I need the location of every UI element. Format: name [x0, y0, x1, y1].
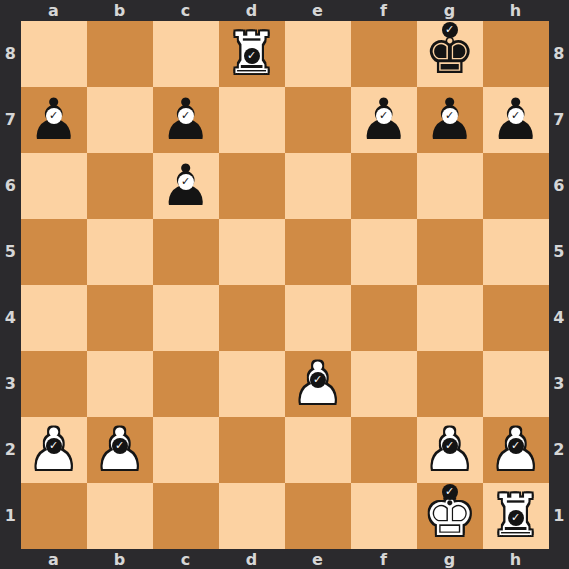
square-a2[interactable]: ♟✓ — [21, 417, 87, 483]
check-badge-icon: ✓ — [442, 108, 458, 124]
coord-rank-1: 1 — [549, 483, 569, 549]
square-b2[interactable]: ♟✓ — [87, 417, 153, 483]
coord-rank-7: 7 — [549, 87, 569, 153]
square-d2[interactable] — [219, 417, 285, 483]
coord-rank-8: 8 — [549, 21, 569, 87]
square-h2[interactable]: ♟✓ — [483, 417, 549, 483]
check-badge-icon: ✓ — [244, 48, 260, 64]
square-c2[interactable] — [153, 417, 219, 483]
square-g8[interactable]: ♚✓ — [417, 21, 483, 87]
coord-file-f: f — [351, 549, 417, 569]
coord-file-b: b — [87, 549, 153, 569]
square-c8[interactable] — [153, 21, 219, 87]
square-c7[interactable]: ♟✓ — [153, 87, 219, 153]
square-a3[interactable] — [21, 351, 87, 417]
square-h6[interactable] — [483, 153, 549, 219]
coord-rank-3: 3 — [0, 351, 21, 417]
square-h5[interactable] — [483, 219, 549, 285]
square-a7[interactable]: ♟✓ — [21, 87, 87, 153]
square-f2[interactable] — [351, 417, 417, 483]
coord-rank-5: 5 — [549, 219, 569, 285]
square-d3[interactable] — [219, 351, 285, 417]
square-a4[interactable] — [21, 285, 87, 351]
square-a5[interactable] — [21, 219, 87, 285]
square-d7[interactable] — [219, 87, 285, 153]
coord-file-h: h — [483, 0, 549, 21]
square-d4[interactable] — [219, 285, 285, 351]
square-e4[interactable] — [285, 285, 351, 351]
check-badge-icon: ✓ — [46, 108, 62, 124]
coord-file-f: f — [351, 0, 417, 21]
check-badge-icon: ✓ — [442, 438, 458, 454]
check-badge-icon: ✓ — [376, 108, 392, 124]
square-e6[interactable] — [285, 153, 351, 219]
square-b4[interactable] — [87, 285, 153, 351]
square-d8[interactable]: ♜✓ — [219, 21, 285, 87]
square-e7[interactable] — [285, 87, 351, 153]
file-labels-bottom: abcdefgh — [21, 549, 549, 569]
coord-rank-2: 2 — [0, 417, 21, 483]
square-c1[interactable] — [153, 483, 219, 549]
square-g5[interactable] — [417, 219, 483, 285]
coord-file-e: e — [285, 549, 351, 569]
square-d5[interactable] — [219, 219, 285, 285]
square-f6[interactable] — [351, 153, 417, 219]
coord-rank-6: 6 — [549, 153, 569, 219]
square-c6[interactable]: ♟✓ — [153, 153, 219, 219]
square-b7[interactable] — [87, 87, 153, 153]
square-d1[interactable] — [219, 483, 285, 549]
square-d6[interactable] — [219, 153, 285, 219]
coord-rank-6: 6 — [0, 153, 21, 219]
file-labels-top: abcdefgh — [21, 0, 549, 21]
coord-file-b: b — [87, 0, 153, 21]
coord-rank-7: 7 — [0, 87, 21, 153]
coord-file-d: d — [219, 0, 285, 21]
square-b5[interactable] — [87, 219, 153, 285]
square-f5[interactable] — [351, 219, 417, 285]
rank-labels-right: 87654321 — [549, 21, 569, 549]
coord-rank-3: 3 — [549, 351, 569, 417]
square-b1[interactable] — [87, 483, 153, 549]
square-e5[interactable] — [285, 219, 351, 285]
square-g4[interactable] — [417, 285, 483, 351]
check-badge-icon: ✓ — [178, 108, 194, 124]
square-g3[interactable] — [417, 351, 483, 417]
square-e1[interactable] — [285, 483, 351, 549]
check-badge-icon: ✓ — [442, 22, 458, 38]
coord-file-a: a — [21, 0, 87, 21]
check-badge-icon: ✓ — [508, 108, 524, 124]
coord-file-e: e — [285, 0, 351, 21]
square-e8[interactable] — [285, 21, 351, 87]
check-badge-icon: ✓ — [508, 510, 524, 526]
check-badge-icon: ✓ — [112, 438, 128, 454]
square-g7[interactable]: ♟✓ — [417, 87, 483, 153]
square-h8[interactable] — [483, 21, 549, 87]
check-badge-icon: ✓ — [178, 174, 194, 190]
coord-rank-4: 4 — [549, 285, 569, 351]
square-c3[interactable] — [153, 351, 219, 417]
square-g1[interactable]: ♚✓ — [417, 483, 483, 549]
rank-labels-left: 87654321 — [0, 21, 21, 549]
coord-rank-2: 2 — [549, 417, 569, 483]
coord-rank-1: 1 — [0, 483, 21, 549]
square-a6[interactable] — [21, 153, 87, 219]
check-badge-icon: ✓ — [508, 438, 524, 454]
square-f1[interactable] — [351, 483, 417, 549]
square-f7[interactable]: ♟✓ — [351, 87, 417, 153]
coord-file-h: h — [483, 549, 549, 569]
check-badge-icon: ✓ — [310, 372, 326, 388]
square-f4[interactable] — [351, 285, 417, 351]
square-h7[interactable]: ♟✓ — [483, 87, 549, 153]
coord-file-c: c — [153, 549, 219, 569]
coord-file-d: d — [219, 549, 285, 569]
square-f8[interactable] — [351, 21, 417, 87]
coord-rank-8: 8 — [0, 21, 21, 87]
square-e3[interactable]: ♟✓ — [285, 351, 351, 417]
coord-rank-5: 5 — [0, 219, 21, 285]
coord-rank-4: 4 — [0, 285, 21, 351]
square-a8[interactable] — [21, 21, 87, 87]
square-g2[interactable]: ♟✓ — [417, 417, 483, 483]
check-badge-icon: ✓ — [46, 438, 62, 454]
coord-file-g: g — [417, 0, 483, 21]
square-a1[interactable] — [21, 483, 87, 549]
square-b6[interactable] — [87, 153, 153, 219]
square-b3[interactable] — [87, 351, 153, 417]
check-badge-icon: ✓ — [442, 484, 458, 500]
chessboard-frame: abcdefgh abcdefgh 87654321 87654321 ♜✓♚✓… — [0, 0, 569, 569]
square-e2[interactable] — [285, 417, 351, 483]
coord-file-c: c — [153, 0, 219, 21]
square-f3[interactable] — [351, 351, 417, 417]
square-h1[interactable]: ♜✓ — [483, 483, 549, 549]
chess-board: ♜✓♚✓♟✓♟✓♟✓♟✓♟✓♟✓♟✓♟✓♟✓♟✓♟✓♚✓♜✓ — [21, 21, 549, 549]
square-h4[interactable] — [483, 285, 549, 351]
coord-file-g: g — [417, 549, 483, 569]
square-b8[interactable] — [87, 21, 153, 87]
square-c5[interactable] — [153, 219, 219, 285]
square-g6[interactable] — [417, 153, 483, 219]
square-h3[interactable] — [483, 351, 549, 417]
coord-file-a: a — [21, 549, 87, 569]
square-c4[interactable] — [153, 285, 219, 351]
